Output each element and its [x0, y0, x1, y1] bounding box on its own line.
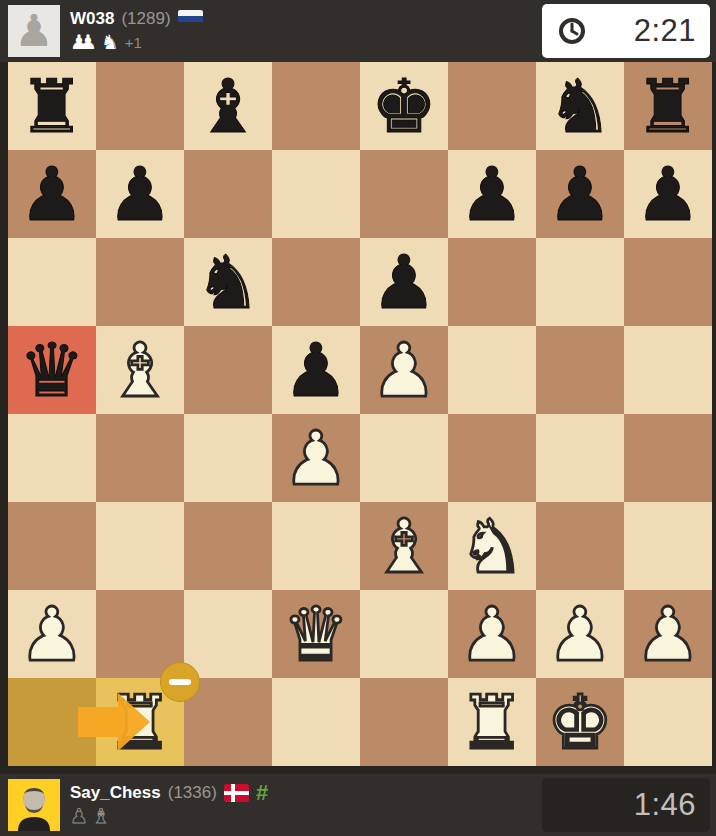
bottom-player-bar: Say_Chess (1336) # ♟ ♝ 1:46: [0, 774, 716, 836]
square-g4[interactable]: [536, 414, 624, 502]
square-d2[interactable]: ♛: [272, 590, 360, 678]
square-e2[interactable]: [360, 590, 448, 678]
top-player-rating: (1289): [121, 9, 170, 29]
board-frame: ♜♝♚♞♜♟♟♟♟♟♞♟♛♝♟♟♟♝♞♟♛♟♟♟♜♜♚: [0, 62, 716, 774]
square-f4[interactable]: [448, 414, 536, 502]
square-b4[interactable]: [96, 414, 184, 502]
square-e8[interactable]: ♚: [360, 62, 448, 150]
black-pawn-d5: ♟: [283, 326, 349, 414]
white-queen-d2: ♛: [283, 590, 349, 678]
top-captured-pieces: ♟♟ ♞ +1: [70, 31, 203, 53]
square-a5[interactable]: ♛: [8, 326, 96, 414]
white-knight-f3: ♞: [459, 502, 525, 590]
chess-board[interactable]: ♜♝♚♞♜♟♟♟♟♟♞♟♛♝♟♟♟♝♞♟♛♟♟♟♜♜♚: [8, 62, 712, 766]
white-pawn-d4: ♟: [283, 414, 349, 502]
square-c5[interactable]: [184, 326, 272, 414]
square-d1[interactable]: [272, 678, 360, 766]
square-h4[interactable]: [624, 414, 712, 502]
bottom-captured-pieces: ♟ ♝: [70, 805, 268, 827]
square-h8[interactable]: ♜: [624, 62, 712, 150]
square-b6[interactable]: [96, 238, 184, 326]
white-pawn-a2: ♟: [19, 590, 85, 678]
square-c8[interactable]: ♝: [184, 62, 272, 150]
minus-badge-icon: [160, 662, 200, 702]
square-c4[interactable]: [184, 414, 272, 502]
bottom-player-clock: 1:46: [542, 778, 710, 832]
top-player-name[interactable]: W038: [70, 9, 114, 29]
square-g1[interactable]: ♚: [536, 678, 624, 766]
square-g7[interactable]: ♟: [536, 150, 624, 238]
black-rook-h8: ♜: [635, 62, 701, 150]
square-f7[interactable]: ♟: [448, 150, 536, 238]
square-h5[interactable]: [624, 326, 712, 414]
black-queen-a5: ♛: [19, 326, 85, 414]
black-knight-g8: ♞: [547, 62, 613, 150]
black-knight-c6: ♞: [195, 238, 261, 326]
black-pawn-f7: ♟: [459, 150, 525, 238]
square-d4[interactable]: ♟: [272, 414, 360, 502]
square-f5[interactable]: [448, 326, 536, 414]
square-b7[interactable]: ♟: [96, 150, 184, 238]
bottom-player-name[interactable]: Say_Chess: [70, 783, 161, 803]
square-d3[interactable]: [272, 502, 360, 590]
black-pawn-a7: ♟: [19, 150, 85, 238]
square-a4[interactable]: [8, 414, 96, 502]
top-player-clock: 2:21: [542, 4, 710, 58]
square-c3[interactable]: [184, 502, 272, 590]
top-clock-time: 2:21: [634, 13, 696, 49]
square-g8[interactable]: ♞: [536, 62, 624, 150]
black-pawn-h7: ♟: [635, 150, 701, 238]
black-bishop-c8: ♝: [195, 62, 261, 150]
square-g5[interactable]: [536, 326, 624, 414]
captured-white-knight-icon: ♞: [101, 31, 119, 53]
square-e5[interactable]: ♟: [360, 326, 448, 414]
bottom-player-rating: (1336): [168, 783, 217, 803]
top-player-avatar[interactable]: ♟: [8, 5, 60, 57]
square-d7[interactable]: [272, 150, 360, 238]
black-pawn-e6: ♟: [371, 238, 437, 326]
captured-white-pawns-icon: ♟♟: [70, 31, 97, 53]
material-advantage: +1: [125, 34, 142, 51]
white-pawn-h2: ♟: [635, 590, 701, 678]
square-b3[interactable]: [96, 502, 184, 590]
square-f2[interactable]: ♟: [448, 590, 536, 678]
bottom-player-avatar[interactable]: [8, 779, 60, 831]
photo-avatar-image: [8, 779, 60, 831]
black-pawn-b7: ♟: [107, 150, 173, 238]
square-a1[interactable]: [8, 678, 96, 766]
square-h3[interactable]: [624, 502, 712, 590]
square-f8[interactable]: [448, 62, 536, 150]
square-g3[interactable]: [536, 502, 624, 590]
black-rook-a8: ♜: [19, 62, 85, 150]
square-h6[interactable]: [624, 238, 712, 326]
square-c2[interactable]: [184, 590, 272, 678]
square-a3[interactable]: [8, 502, 96, 590]
white-bishop-e3: ♝: [371, 502, 437, 590]
square-d8[interactable]: [272, 62, 360, 150]
square-e6[interactable]: ♟: [360, 238, 448, 326]
black-pawn-g7: ♟: [547, 150, 613, 238]
captured-black-pawn-icon: ♟: [70, 805, 88, 827]
square-g6[interactable]: [536, 238, 624, 326]
square-c7[interactable]: [184, 150, 272, 238]
square-h2[interactable]: ♟: [624, 590, 712, 678]
white-king-g1: ♚: [547, 678, 613, 766]
square-h1[interactable]: [624, 678, 712, 766]
pawn-avatar-icon: ♟: [14, 5, 53, 57]
bottom-clock-time: 1:46: [634, 787, 696, 823]
square-f1[interactable]: ♜: [448, 678, 536, 766]
white-pawn-e5: ♟: [371, 326, 437, 414]
black-king-e8: ♚: [371, 62, 437, 150]
white-bishop-b5: ♝: [107, 326, 173, 414]
square-a6[interactable]: [8, 238, 96, 326]
square-c6[interactable]: ♞: [184, 238, 272, 326]
square-b8[interactable]: [96, 62, 184, 150]
square-b5[interactable]: ♝: [96, 326, 184, 414]
square-a8[interactable]: ♜: [8, 62, 96, 150]
white-rook-f1: ♜: [459, 678, 525, 766]
square-h7[interactable]: ♟: [624, 150, 712, 238]
square-f6[interactable]: [448, 238, 536, 326]
square-a7[interactable]: ♟: [8, 150, 96, 238]
netherlands-flag-icon: [178, 10, 203, 28]
white-pawn-f2: ♟: [459, 590, 525, 678]
square-e4[interactable]: [360, 414, 448, 502]
square-f3[interactable]: ♞: [448, 502, 536, 590]
denmark-flag-icon: [224, 784, 249, 802]
square-d5[interactable]: ♟: [272, 326, 360, 414]
square-e7[interactable]: [360, 150, 448, 238]
top-player-bar: ♟ W038 (1289) ♟♟ ♞ +1 2:21: [0, 0, 716, 62]
square-e1[interactable]: [360, 678, 448, 766]
hash-badge-icon: #: [256, 784, 268, 802]
captured-black-bishop-icon: ♝: [92, 805, 110, 827]
white-pawn-g2: ♟: [547, 590, 613, 678]
square-d6[interactable]: [272, 238, 360, 326]
clock-icon: [558, 17, 586, 45]
square-g2[interactable]: ♟: [536, 590, 624, 678]
square-a2[interactable]: ♟: [8, 590, 96, 678]
square-e3[interactable]: ♝: [360, 502, 448, 590]
